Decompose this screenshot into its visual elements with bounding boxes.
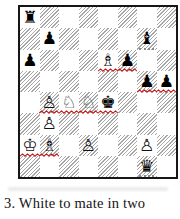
spellcheck-squiggle-icon xyxy=(39,110,59,114)
square-e1 xyxy=(98,156,118,177)
square-e8 xyxy=(98,7,118,28)
square-e5 xyxy=(98,71,118,92)
square-b8 xyxy=(40,7,60,28)
black-pawn: ♟ xyxy=(120,51,135,68)
square-e7 xyxy=(98,28,118,49)
square-b2: ♗ xyxy=(40,135,60,156)
square-f4 xyxy=(118,92,138,113)
square-c7 xyxy=(59,28,79,49)
square-e3 xyxy=(98,113,118,134)
square-b3: ♙ xyxy=(40,113,60,134)
gray-dotted-underline xyxy=(139,175,154,177)
white-pawn: ♙ xyxy=(139,136,154,153)
square-c4: ♘ xyxy=(59,92,79,113)
black-pawn: ♟ xyxy=(42,30,57,47)
chessboard: ♜ ♟ ♝ ♟ ♗ ♟ xyxy=(20,7,176,177)
square-g7: ♝ xyxy=(137,28,157,49)
square-a1 xyxy=(20,156,40,177)
square-e6: ♗ xyxy=(98,50,118,71)
square-d5 xyxy=(79,71,99,92)
black-rook: ♜ xyxy=(22,9,37,26)
square-f5 xyxy=(118,71,138,92)
puzzle-caption: 3. White to mate in two xyxy=(4,195,145,212)
white-pawn: ♙ xyxy=(81,136,96,153)
black-king: ♚ xyxy=(100,94,115,111)
white-knight: ♘ xyxy=(81,94,96,111)
square-a2: ♔ xyxy=(20,135,40,156)
square-g6 xyxy=(137,50,157,71)
square-f3 xyxy=(118,113,138,134)
square-c1 xyxy=(59,156,79,177)
square-c8 xyxy=(59,7,79,28)
square-c3 xyxy=(59,113,79,134)
chessboard-frame: ♜ ♟ ♝ ♟ ♗ ♟ xyxy=(18,5,178,179)
white-pawn: ♙ xyxy=(42,115,57,132)
white-king: ♔ xyxy=(22,136,37,153)
square-g2: ♙ xyxy=(137,135,157,156)
square-g4 xyxy=(137,92,157,113)
square-f7 xyxy=(118,28,138,49)
black-bishop: ♝ xyxy=(139,30,154,47)
spellcheck-squiggle-icon xyxy=(39,153,59,157)
spellcheck-squiggle-icon xyxy=(98,68,118,72)
spellcheck-squiggle-icon xyxy=(98,110,118,114)
square-h1 xyxy=(157,156,177,177)
square-d1 xyxy=(79,156,99,177)
square-b5 xyxy=(40,71,60,92)
spellcheck-squiggle-icon xyxy=(156,89,176,93)
square-d6 xyxy=(79,50,99,71)
square-e4: ♚ xyxy=(98,92,118,113)
puzzle-diagram: ♜ ♟ ♝ ♟ ♗ ♟ xyxy=(0,0,180,219)
square-d8 xyxy=(79,7,99,28)
square-g1: ♛ xyxy=(137,156,157,177)
spellcheck-squiggle-icon xyxy=(137,89,157,93)
square-h2 xyxy=(157,135,177,156)
square-d4: ♘ xyxy=(79,92,99,113)
square-h7 xyxy=(157,28,177,49)
white-pawn: ♙ xyxy=(42,94,57,111)
black-pawn: ♟ xyxy=(159,72,174,89)
square-a8: ♜ xyxy=(20,7,40,28)
square-a7 xyxy=(20,28,40,49)
square-b6 xyxy=(40,50,60,71)
spellcheck-squiggle-icon xyxy=(20,153,40,157)
square-b1 xyxy=(40,156,60,177)
square-f6: ♟ xyxy=(118,50,138,71)
square-h5: ♟ xyxy=(157,71,177,92)
white-bishop: ♗ xyxy=(42,136,57,153)
square-c6 xyxy=(59,50,79,71)
white-bishop: ♗ xyxy=(100,51,115,68)
square-d3 xyxy=(79,113,99,134)
square-h8 xyxy=(157,7,177,28)
square-c2 xyxy=(59,135,79,156)
black-pawn: ♟ xyxy=(139,72,154,89)
square-h4 xyxy=(157,92,177,113)
square-c5 xyxy=(59,71,79,92)
scan-smudge-artifact xyxy=(8,187,168,191)
square-b4: ♙ xyxy=(40,92,60,113)
black-queen: ♛ xyxy=(139,157,154,174)
square-f1 xyxy=(118,156,138,177)
square-h3 xyxy=(157,113,177,134)
square-a5 xyxy=(20,71,40,92)
square-g5: ♟ xyxy=(137,71,157,92)
white-knight: ♘ xyxy=(61,94,76,111)
gray-dotted-underline xyxy=(139,48,154,50)
spellcheck-squiggle-icon xyxy=(117,68,137,72)
square-h6 xyxy=(157,50,177,71)
square-g3 xyxy=(137,113,157,134)
square-f8 xyxy=(118,7,138,28)
square-a6: ♟ xyxy=(20,50,40,71)
black-pawn: ♟ xyxy=(22,51,37,68)
square-g8 xyxy=(137,7,157,28)
spellcheck-squiggle-icon xyxy=(78,110,98,114)
square-b7: ♟ xyxy=(40,28,60,49)
square-a3 xyxy=(20,113,40,134)
spellcheck-squiggle-icon xyxy=(59,110,79,114)
square-e2 xyxy=(98,135,118,156)
square-a4 xyxy=(20,92,40,113)
square-d2: ♙ xyxy=(79,135,99,156)
square-f2 xyxy=(118,135,138,156)
square-d7 xyxy=(79,28,99,49)
